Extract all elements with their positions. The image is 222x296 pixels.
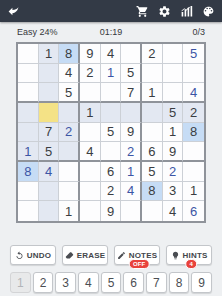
sudoku-board: 1894254215571415272591815426984615224831… xyxy=(16,42,206,223)
undo-label: UNDO xyxy=(27,251,51,260)
cell-r4c1[interactable]: 7 xyxy=(39,123,60,143)
cell-r6c2[interactable] xyxy=(59,162,80,182)
cell-r2c1[interactable] xyxy=(39,83,60,103)
cell-r4c2[interactable]: 2 xyxy=(59,123,80,143)
timer: 01:19 xyxy=(80,27,143,37)
cell-r3c8[interactable]: 2 xyxy=(183,103,204,123)
cell-r4c7[interactable]: 1 xyxy=(163,123,184,143)
numpad-2[interactable]: 2 xyxy=(33,272,54,293)
mistakes-counter: 0/3 xyxy=(142,27,205,37)
difficulty-label: Easy 24% xyxy=(17,27,80,37)
cell-r0c4[interactable]: 4 xyxy=(101,44,122,64)
back-icon[interactable] xyxy=(7,5,20,18)
cell-r6c7[interactable]: 2 xyxy=(163,162,184,182)
cell-r5c1[interactable]: 5 xyxy=(39,142,60,162)
numpad-3[interactable]: 3 xyxy=(55,272,76,293)
cell-r7c2[interactable] xyxy=(59,182,80,202)
cell-r5c4[interactable] xyxy=(101,142,122,162)
cell-r2c2[interactable]: 5 xyxy=(59,83,80,103)
cell-r6c6[interactable]: 5 xyxy=(142,162,163,182)
cell-r2c3[interactable] xyxy=(80,83,101,103)
cell-r5c0[interactable]: 1 xyxy=(18,142,39,162)
cell-r4c5[interactable]: 9 xyxy=(121,123,142,143)
number-pad: 123456789 xyxy=(0,272,222,293)
cell-r8c6[interactable] xyxy=(142,201,163,221)
cell-r3c1[interactable] xyxy=(39,103,60,123)
cell-r3c0[interactable] xyxy=(18,103,39,123)
cell-r4c6[interactable] xyxy=(142,123,163,143)
cell-r1c4[interactable]: 1 xyxy=(101,64,122,84)
palette-icon[interactable] xyxy=(202,5,215,18)
cell-r2c8[interactable]: 4 xyxy=(183,83,204,103)
cell-r4c8[interactable]: 8 xyxy=(183,123,204,143)
cell-r4c0[interactable] xyxy=(18,123,39,143)
cell-r1c7[interactable] xyxy=(163,64,184,84)
cell-r7c0[interactable] xyxy=(18,182,39,202)
cell-r7c7[interactable]: 3 xyxy=(163,182,184,202)
notes-off-badge: OFF xyxy=(129,259,150,269)
notes-button[interactable]: NOTES OFF xyxy=(114,245,160,265)
pencil-icon xyxy=(117,251,126,260)
cell-r6c3[interactable] xyxy=(80,162,101,182)
cell-r8c1[interactable] xyxy=(39,201,60,221)
app-bar xyxy=(0,0,222,22)
cell-r6c4[interactable]: 6 xyxy=(101,162,122,182)
cell-r7c6[interactable]: 8 xyxy=(142,182,163,202)
cell-r2c4[interactable] xyxy=(101,83,122,103)
cell-r5c7[interactable]: 9 xyxy=(163,142,184,162)
numpad-6[interactable]: 6 xyxy=(123,272,144,293)
cell-r4c4[interactable]: 5 xyxy=(101,123,122,143)
cell-r2c5[interactable]: 7 xyxy=(121,83,142,103)
numpad-9[interactable]: 9 xyxy=(191,272,212,293)
cell-r8c3[interactable] xyxy=(80,201,101,221)
cell-r8c8[interactable]: 6 xyxy=(183,201,204,221)
cell-r1c0[interactable] xyxy=(18,64,39,84)
undo-icon xyxy=(15,251,24,260)
undo-button[interactable]: UNDO xyxy=(10,245,56,265)
cell-r3c4[interactable] xyxy=(101,103,122,123)
hints-button[interactable]: HINTS 4 xyxy=(166,245,212,265)
numpad-1[interactable]: 1 xyxy=(10,272,31,293)
cell-r1c8[interactable] xyxy=(183,64,204,84)
cell-r6c1[interactable]: 4 xyxy=(39,162,60,182)
numpad-4[interactable]: 4 xyxy=(78,272,99,293)
cell-r1c6[interactable] xyxy=(142,64,163,84)
cell-r8c0[interactable] xyxy=(18,201,39,221)
cell-r0c3[interactable]: 9 xyxy=(80,44,101,64)
cell-r0c7[interactable] xyxy=(163,44,184,64)
cell-r8c7[interactable]: 4 xyxy=(163,201,184,221)
cell-r5c3[interactable]: 4 xyxy=(80,142,101,162)
cell-r7c1[interactable] xyxy=(39,182,60,202)
cell-r1c3[interactable]: 2 xyxy=(80,64,101,84)
statistics-icon[interactable] xyxy=(180,5,193,18)
hints-label: HINTS xyxy=(183,251,208,260)
erase-label: ERASE xyxy=(77,251,106,260)
toolbar: UNDO ERASE NOTES OFF HINTS 4 xyxy=(0,245,222,265)
cell-r5c2[interactable] xyxy=(59,142,80,162)
cell-r7c4[interactable]: 2 xyxy=(101,182,122,202)
cart-icon[interactable] xyxy=(136,5,149,18)
cell-r3c3[interactable]: 1 xyxy=(80,103,101,123)
cell-r1c1[interactable] xyxy=(39,64,60,84)
cell-r8c2[interactable]: 1 xyxy=(59,201,80,221)
cell-r3c6[interactable] xyxy=(142,103,163,123)
cell-r0c8[interactable]: 5 xyxy=(183,44,204,64)
settings-gear-icon[interactable] xyxy=(158,5,171,18)
cell-r3c5[interactable] xyxy=(121,103,142,123)
numpad-7[interactable]: 7 xyxy=(146,272,167,293)
cell-r7c3[interactable] xyxy=(80,182,101,202)
cell-r3c2[interactable] xyxy=(59,103,80,123)
cell-r8c4[interactable]: 9 xyxy=(101,201,122,221)
cell-r5c5[interactable]: 2 xyxy=(121,142,142,162)
cell-r1c2[interactable]: 4 xyxy=(59,64,80,84)
eraser-icon xyxy=(65,251,74,260)
cell-r2c6[interactable]: 1 xyxy=(142,83,163,103)
cell-r8c5[interactable] xyxy=(121,201,142,221)
cell-r4c3[interactable] xyxy=(80,123,101,143)
cell-r2c0[interactable] xyxy=(18,83,39,103)
numpad-5[interactable]: 5 xyxy=(101,272,122,293)
hints-count-badge: 4 xyxy=(185,259,197,269)
cell-r6c5[interactable]: 1 xyxy=(121,162,142,182)
cell-r6c8[interactable] xyxy=(183,162,204,182)
cell-r6c0[interactable]: 8 xyxy=(18,162,39,182)
cell-r0c5[interactable] xyxy=(121,44,142,64)
cell-r0c1[interactable]: 1 xyxy=(39,44,60,64)
cell-r5c8[interactable] xyxy=(183,142,204,162)
cell-r7c5[interactable]: 4 xyxy=(121,182,142,202)
cell-r1c5[interactable]: 5 xyxy=(121,64,142,84)
cell-r0c0[interactable] xyxy=(18,44,39,64)
cell-r0c2[interactable]: 8 xyxy=(59,44,80,64)
cell-r7c8[interactable]: 1 xyxy=(183,182,204,202)
cell-r5c6[interactable]: 6 xyxy=(142,142,163,162)
cell-r0c6[interactable]: 2 xyxy=(142,44,163,64)
status-bar: Easy 24% 01:19 0/3 xyxy=(0,22,222,40)
cell-r2c7[interactable] xyxy=(163,83,184,103)
lightbulb-icon xyxy=(171,251,180,260)
numpad-8[interactable]: 8 xyxy=(169,272,190,293)
cell-r3c7[interactable]: 5 xyxy=(163,103,184,123)
erase-button[interactable]: ERASE xyxy=(62,245,108,265)
